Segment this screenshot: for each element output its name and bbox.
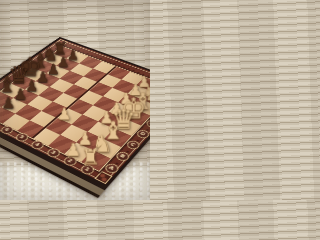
black-pawn[interactable]: ♟ <box>2 96 16 111</box>
board-frame: ♜♟♟♜♞♟♟♞♝♟♟♝♚♟♟♚♛♟♟♛♝♟♟♝♞♟♟♞♜♟♟♜ 8765432… <box>0 37 150 190</box>
chess-scene: ♜♟♟♜♞♟♟♞♝♟♟♝♚♟♟♚♛♟♟♛♝♟♟♝♞♟♟♞♜♟♟♜ 8765432… <box>0 2 150 196</box>
white-pawn[interactable]: ♟ <box>57 106 71 121</box>
corner-ornament <box>94 170 112 183</box>
board-grid: ♜♟♟♜♞♟♟♞♝♟♟♝♚♟♟♚♛♟♟♛♝♟♟♝♞♟♟♞♜♟♟♜ <box>0 47 150 171</box>
black-pawn[interactable]: ♟ <box>14 87 28 101</box>
black-pawn[interactable]: ♟ <box>25 79 38 93</box>
white-rook[interactable]: ♜ <box>81 147 100 167</box>
black-pawn[interactable]: ♟ <box>0 105 3 120</box>
white-pawn[interactable]: ♟ <box>66 142 81 158</box>
chess-board: ♜♟♟♜♞♟♟♞♝♟♟♝♚♟♟♚♛♟♟♛♝♟♟♝♞♟♟♞♜♟♟♜ 8765432… <box>0 37 150 190</box>
